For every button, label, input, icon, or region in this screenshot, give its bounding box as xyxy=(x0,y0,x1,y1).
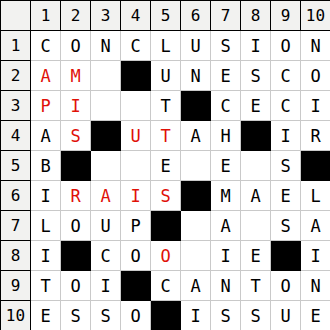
cell-r10-c5 xyxy=(151,301,181,330)
corner-cell xyxy=(1,1,31,31)
col-header-10: 10 xyxy=(301,1,330,31)
cell-r3-c9[interactable]: C xyxy=(271,91,301,121)
cell-r9-c3[interactable]: I xyxy=(91,271,121,301)
cell-r3-c5[interactable]: T xyxy=(151,91,181,121)
col-header-4: 4 xyxy=(121,1,151,31)
cell-r9-c9[interactable]: O xyxy=(271,271,301,301)
cell-r7-c7[interactable]: A xyxy=(211,211,241,241)
cell-r4-c5[interactable]: T xyxy=(151,121,181,151)
cell-r5-c1[interactable]: B xyxy=(31,151,61,181)
cell-r4-c6[interactable]: A xyxy=(181,121,211,151)
row-header-10: 10 xyxy=(1,301,31,330)
cell-r4-c4[interactable]: U xyxy=(121,121,151,151)
row-header-8: 8 xyxy=(1,241,31,271)
cell-r7-c9[interactable]: S xyxy=(271,211,301,241)
cell-r6-c5[interactable]: S xyxy=(151,181,181,211)
cell-r8-c2 xyxy=(61,241,91,271)
cell-r2-c3[interactable] xyxy=(91,61,121,91)
col-header-1: 1 xyxy=(31,1,61,31)
col-header-2: 2 xyxy=(61,1,91,31)
cell-r9-c2[interactable]: O xyxy=(61,271,91,301)
col-header-3: 3 xyxy=(91,1,121,31)
cell-r10-c8[interactable]: S xyxy=(241,301,271,330)
cell-r9-c7[interactable]: N xyxy=(211,271,241,301)
cell-r5-c5[interactable]: E xyxy=(151,151,181,181)
cell-r9-c5[interactable]: C xyxy=(151,271,181,301)
cell-r1-c9[interactable]: O xyxy=(271,31,301,61)
cell-r6-c8[interactable]: A xyxy=(241,181,271,211)
cell-r8-c6[interactable] xyxy=(181,241,211,271)
cell-r1-c4[interactable]: C xyxy=(121,31,151,61)
cell-r9-c4 xyxy=(121,271,151,301)
cell-r2-c10[interactable]: O xyxy=(301,61,330,91)
cell-r7-c3[interactable]: U xyxy=(91,211,121,241)
cell-r8-c10[interactable]: I xyxy=(301,241,330,271)
cell-r4-c8 xyxy=(241,121,271,151)
cell-r2-c4 xyxy=(121,61,151,91)
cell-r2-c2[interactable]: M xyxy=(61,61,91,91)
cell-r2-c6[interactable]: N xyxy=(181,61,211,91)
cell-r8-c9 xyxy=(271,241,301,271)
cell-r6-c3[interactable]: A xyxy=(91,181,121,211)
cell-r8-c1[interactable]: I xyxy=(31,241,61,271)
cell-r4-c10[interactable]: R xyxy=(301,121,330,151)
cell-r9-c1[interactable]: T xyxy=(31,271,61,301)
cell-r2-c9[interactable]: C xyxy=(271,61,301,91)
row-header-2: 2 xyxy=(1,61,31,91)
cell-r3-c6 xyxy=(181,91,211,121)
cell-r1-c2[interactable]: O xyxy=(61,31,91,61)
cell-r6-c1[interactable]: I xyxy=(31,181,61,211)
cell-r4-c9[interactable]: I xyxy=(271,121,301,151)
cell-r10-c2[interactable]: S xyxy=(61,301,91,330)
row-header-9: 9 xyxy=(1,271,31,301)
cell-r10-c7[interactable]: S xyxy=(211,301,241,330)
cell-r5-c2 xyxy=(61,151,91,181)
cell-r5-c7[interactable]: E xyxy=(211,151,241,181)
cell-r2-c5[interactable]: U xyxy=(151,61,181,91)
cell-r10-c10[interactable]: E xyxy=(301,301,330,330)
cell-r3-c1[interactable]: P xyxy=(31,91,61,121)
cell-r1-c8[interactable]: I xyxy=(241,31,271,61)
cell-r8-c5[interactable]: O xyxy=(151,241,181,271)
cell-r4-c2[interactable]: S xyxy=(61,121,91,151)
row-header-3: 3 xyxy=(1,91,31,121)
cell-r5-c10 xyxy=(301,151,330,181)
cell-r1-c3[interactable]: N xyxy=(91,31,121,61)
row-header-6: 6 xyxy=(1,181,31,211)
cell-r1-c7[interactable]: S xyxy=(211,31,241,61)
cell-r3-c8[interactable]: E xyxy=(241,91,271,121)
col-header-8: 8 xyxy=(241,1,271,31)
cell-r10-c1[interactable]: E xyxy=(31,301,61,330)
cell-r2-c1[interactable]: A xyxy=(31,61,61,91)
row-header-7: 7 xyxy=(1,211,31,241)
cell-r6-c2[interactable]: R xyxy=(61,181,91,211)
cell-r7-c8[interactable] xyxy=(241,211,271,241)
col-header-9: 9 xyxy=(271,1,301,31)
cell-r10-c4[interactable]: O xyxy=(121,301,151,330)
row-header-5: 5 xyxy=(1,151,31,181)
cell-r4-c7[interactable]: H xyxy=(211,121,241,151)
cell-r3-c2[interactable]: I xyxy=(61,91,91,121)
cell-r6-c9[interactable]: E xyxy=(271,181,301,211)
col-header-7: 7 xyxy=(211,1,241,31)
cell-r5-c4[interactable] xyxy=(121,151,151,181)
cell-r8-c7[interactable]: I xyxy=(211,241,241,271)
row-header-1: 1 xyxy=(1,31,31,61)
cell-r3-c10[interactable]: I xyxy=(301,91,330,121)
cell-r7-c10[interactable]: A xyxy=(301,211,330,241)
cell-r1-c6[interactable]: U xyxy=(181,31,211,61)
cell-r6-c7[interactable]: M xyxy=(211,181,241,211)
cell-r2-c7[interactable]: E xyxy=(211,61,241,91)
cell-r5-c3[interactable] xyxy=(91,151,121,181)
cell-r6-c10[interactable]: L xyxy=(301,181,330,211)
cell-r9-c8[interactable]: T xyxy=(241,271,271,301)
cell-r4-c3 xyxy=(91,121,121,151)
cell-r10-c3[interactable]: S xyxy=(91,301,121,330)
cell-r4-c1[interactable]: A xyxy=(31,121,61,151)
cell-r10-c6[interactable]: I xyxy=(181,301,211,330)
cell-r6-c6 xyxy=(181,181,211,211)
cell-r7-c2[interactable]: O xyxy=(61,211,91,241)
cell-r8-c4[interactable]: O xyxy=(121,241,151,271)
cell-r6-c4[interactable]: I xyxy=(121,181,151,211)
cell-r10-c9[interactable]: U xyxy=(271,301,301,330)
col-header-5: 5 xyxy=(151,1,181,31)
cell-r8-c8[interactable]: E xyxy=(241,241,271,271)
cell-r7-c1[interactable]: L xyxy=(31,211,61,241)
crossword-board: 123456789101CONCLUSION2AMUNESCO3PITCECI4… xyxy=(0,0,330,330)
cell-r5-c6[interactable] xyxy=(181,151,211,181)
cell-r3-c4[interactable] xyxy=(121,91,151,121)
cell-r9-c6[interactable]: A xyxy=(181,271,211,301)
cell-r7-c4[interactable]: P xyxy=(121,211,151,241)
cell-r1-c10[interactable]: N xyxy=(301,31,330,61)
cell-r8-c3[interactable]: C xyxy=(91,241,121,271)
cell-r7-c5 xyxy=(151,211,181,241)
col-header-6: 6 xyxy=(181,1,211,31)
cell-r2-c8[interactable]: S xyxy=(241,61,271,91)
cell-r5-c8[interactable] xyxy=(241,151,271,181)
row-header-4: 4 xyxy=(1,121,31,151)
cell-r5-c9[interactable]: S xyxy=(271,151,301,181)
cell-r7-c6[interactable] xyxy=(181,211,211,241)
cell-r1-c5[interactable]: L xyxy=(151,31,181,61)
cell-r3-c3[interactable] xyxy=(91,91,121,121)
cell-r3-c7[interactable]: C xyxy=(211,91,241,121)
cell-r1-c1[interactable]: C xyxy=(31,31,61,61)
cell-r9-c10[interactable]: N xyxy=(301,271,330,301)
